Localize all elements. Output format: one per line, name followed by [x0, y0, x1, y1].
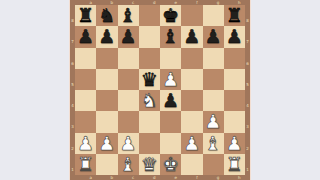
black-rook-a8[interactable]: ♜ — [77, 6, 94, 25]
black-pawn-c7[interactable]: ♟ — [120, 27, 137, 46]
rank-label-6: 6 — [245, 53, 250, 74]
square-g7[interactable]: ♟ — [203, 26, 224, 47]
square-a6[interactable] — [75, 48, 96, 69]
square-b1[interactable] — [96, 154, 117, 175]
square-f4[interactable] — [181, 90, 202, 111]
square-d8[interactable] — [139, 5, 160, 26]
square-e1[interactable]: ♚ — [160, 154, 181, 175]
square-a4[interactable] — [75, 90, 96, 111]
square-b7[interactable]: ♟ — [96, 26, 117, 47]
black-pawn-e4[interactable]: ♟ — [162, 91, 179, 110]
square-a3[interactable] — [75, 111, 96, 132]
square-f7[interactable]: ♟ — [181, 26, 202, 47]
rank-label-4: 4 — [245, 95, 250, 116]
square-e6[interactable] — [160, 48, 181, 69]
black-knight-b8[interactable]: ♞ — [98, 6, 115, 25]
square-f5[interactable] — [181, 69, 202, 90]
file-label-h: h — [229, 175, 250, 180]
file-labels-bottom: abcdefgh — [80, 175, 250, 180]
square-d1[interactable]: ♛ — [139, 154, 160, 175]
square-d7[interactable] — [139, 26, 160, 47]
square-d2[interactable] — [139, 133, 160, 154]
square-c7[interactable]: ♟ — [118, 26, 139, 47]
rank-label-7: 7 — [245, 31, 250, 52]
white-pawn-c2[interactable]: ♟ — [120, 133, 137, 152]
file-label-d: d — [144, 175, 165, 180]
square-e8[interactable]: ♚ — [160, 5, 181, 26]
file-label-e: e — [165, 175, 186, 180]
black-bishop-c8[interactable]: ♝ — [120, 6, 137, 25]
square-b8[interactable]: ♞ — [96, 5, 117, 26]
file-label-g: g — [208, 175, 229, 180]
black-pawn-h7[interactable]: ♟ — [226, 27, 243, 46]
black-pawn-f7[interactable]: ♟ — [183, 27, 200, 46]
black-pawn-a7[interactable]: ♟ — [77, 27, 94, 46]
square-d6[interactable] — [139, 48, 160, 69]
square-d5[interactable]: ♛ — [139, 69, 160, 90]
square-b5[interactable] — [96, 69, 117, 90]
square-h6[interactable] — [224, 48, 245, 69]
white-pawn-g3[interactable]: ♟ — [205, 112, 222, 131]
white-rook-a1[interactable]: ♜ — [77, 154, 94, 173]
square-a7[interactable]: ♟ — [75, 26, 96, 47]
square-h4[interactable] — [224, 90, 245, 111]
square-c8[interactable]: ♝ — [118, 5, 139, 26]
rank-label-5: 5 — [245, 74, 250, 95]
square-c2[interactable]: ♟ — [118, 133, 139, 154]
page-background: abcdefgh abcdefgh 87654321 87654321 ♜♞♝♚… — [0, 0, 320, 180]
file-label-c: c — [123, 175, 144, 180]
square-c4[interactable] — [118, 90, 139, 111]
square-g4[interactable] — [203, 90, 224, 111]
white-king-e1[interactable]: ♚ — [162, 154, 179, 173]
square-b3[interactable] — [96, 111, 117, 132]
square-e4[interactable]: ♟ — [160, 90, 181, 111]
white-rook-h1[interactable]: ♜ — [226, 154, 243, 173]
square-f1[interactable] — [181, 154, 202, 175]
white-bishop-g2[interactable]: ♝ — [205, 133, 222, 152]
square-c6[interactable] — [118, 48, 139, 69]
square-d4[interactable]: ♞ — [139, 90, 160, 111]
chess-board: abcdefgh abcdefgh 87654321 87654321 ♜♞♝♚… — [70, 0, 250, 180]
black-bishop-e7[interactable]: ♝ — [162, 27, 179, 46]
rank-label-8: 8 — [245, 10, 250, 31]
square-f2[interactable]: ♟ — [181, 133, 202, 154]
square-h1[interactable]: ♜ — [224, 154, 245, 175]
white-bishop-c1[interactable]: ♝ — [120, 154, 137, 173]
board-grid: ♜♞♝♚♜♟♟♟♝♟♟♟♛♟♞♟♟♟♟♟♟♝♟♜♝♛♚♜ — [75, 5, 245, 175]
square-g1[interactable] — [203, 154, 224, 175]
square-h8[interactable]: ♜ — [224, 5, 245, 26]
black-pawn-b7[interactable]: ♟ — [98, 27, 115, 46]
file-label-b: b — [101, 175, 122, 180]
square-a8[interactable]: ♜ — [75, 5, 96, 26]
square-d3[interactable] — [139, 111, 160, 132]
file-label-a: a — [80, 175, 101, 180]
black-queen-d5[interactable]: ♛ — [141, 69, 158, 88]
square-h2[interactable]: ♟ — [224, 133, 245, 154]
square-b4[interactable] — [96, 90, 117, 111]
square-c3[interactable] — [118, 111, 139, 132]
square-e2[interactable] — [160, 133, 181, 154]
white-pawn-b2[interactable]: ♟ — [98, 133, 115, 152]
file-label-f: f — [186, 175, 207, 180]
black-king-e8[interactable]: ♚ — [162, 6, 179, 25]
square-f8[interactable] — [181, 5, 202, 26]
square-h7[interactable]: ♟ — [224, 26, 245, 47]
square-e3[interactable] — [160, 111, 181, 132]
white-pawn-h2[interactable]: ♟ — [226, 133, 243, 152]
square-g8[interactable] — [203, 5, 224, 26]
white-knight-d4[interactable]: ♞ — [141, 91, 158, 110]
rank-label-3: 3 — [245, 116, 250, 137]
square-g6[interactable] — [203, 48, 224, 69]
square-c5[interactable] — [118, 69, 139, 90]
square-g2[interactable]: ♝ — [203, 133, 224, 154]
rank-label-2: 2 — [245, 138, 250, 159]
black-rook-h8[interactable]: ♜ — [226, 6, 243, 25]
square-b2[interactable]: ♟ — [96, 133, 117, 154]
square-f6[interactable] — [181, 48, 202, 69]
square-a5[interactable] — [75, 69, 96, 90]
white-pawn-f2[interactable]: ♟ — [183, 133, 200, 152]
white-pawn-a2[interactable]: ♟ — [77, 133, 94, 152]
white-pawn-e5[interactable]: ♟ — [162, 69, 179, 88]
rank-label-1: 1 — [245, 159, 250, 180]
square-g5[interactable] — [203, 69, 224, 90]
rank-labels-right: 87654321 — [245, 10, 250, 180]
white-queen-d1[interactable]: ♛ — [141, 154, 158, 173]
square-a1[interactable]: ♜ — [75, 154, 96, 175]
square-a2[interactable]: ♟ — [75, 133, 96, 154]
square-h3[interactable] — [224, 111, 245, 132]
square-h5[interactable] — [224, 69, 245, 90]
square-e7[interactable]: ♝ — [160, 26, 181, 47]
square-b6[interactable] — [96, 48, 117, 69]
square-f3[interactable] — [181, 111, 202, 132]
black-pawn-g7[interactable]: ♟ — [205, 27, 222, 46]
square-e5[interactable]: ♟ — [160, 69, 181, 90]
square-c1[interactable]: ♝ — [118, 154, 139, 175]
square-g3[interactable]: ♟ — [203, 111, 224, 132]
